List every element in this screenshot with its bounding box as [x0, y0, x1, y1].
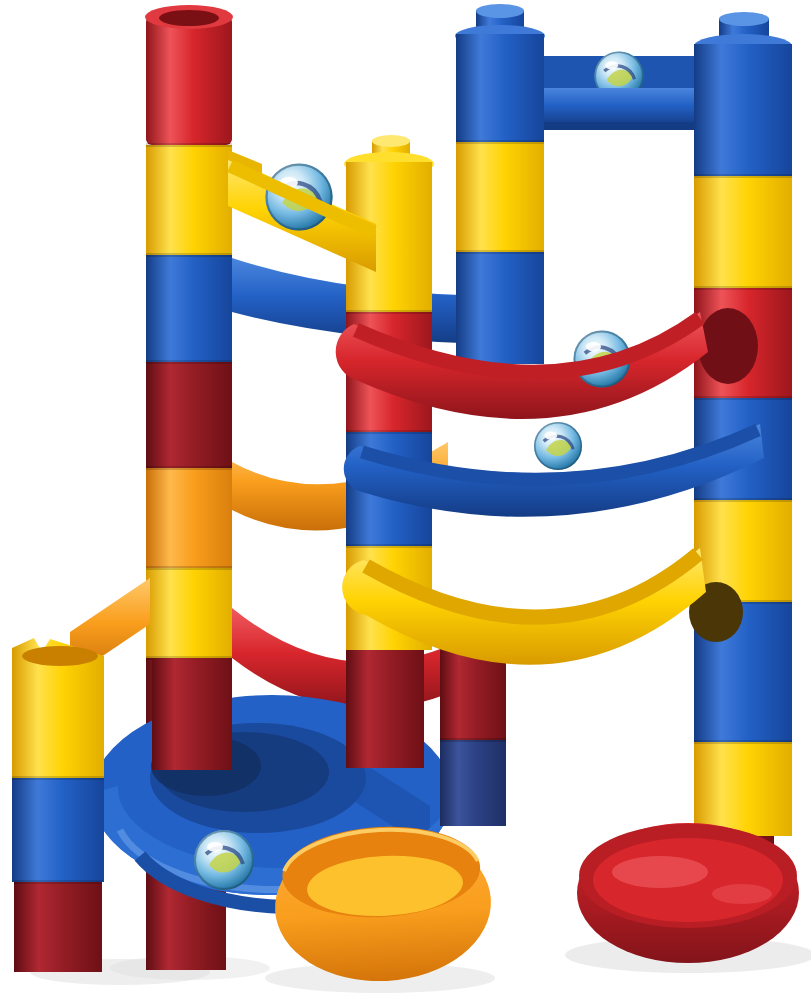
tower-segment-yellow [694, 742, 792, 836]
marble-run-scene [0, 0, 811, 1000]
tower-segment-orange [146, 468, 232, 568]
front-left-column [12, 638, 104, 972]
leg-segment-blue [456, 252, 544, 364]
tower-segment-yellow [694, 176, 792, 288]
leg-segment-yellow [456, 142, 544, 252]
tower-segment-blue [146, 255, 232, 362]
tower-segment-yellow [146, 145, 232, 255]
red-base-dish [577, 823, 799, 963]
tower-segment-red [146, 16, 232, 145]
leg-stud-top [719, 12, 769, 26]
tower-top-opening [159, 10, 219, 26]
marble-run-photo [0, 0, 811, 1000]
column-segment-blue [12, 778, 104, 882]
marble-5 [194, 830, 254, 890]
tower-segment-blue [694, 44, 792, 176]
cup-opening [22, 646, 98, 666]
tower-in-spiral [152, 658, 232, 770]
column-segment-maroon [14, 882, 102, 972]
marble-4 [534, 422, 582, 470]
dish-highlight [612, 856, 708, 888]
leg-stud-top [476, 4, 524, 18]
tower-stud-top [372, 135, 410, 147]
gate-left-leg [455, 4, 545, 364]
tower-segment-maroon [146, 362, 232, 468]
front-centre-column [440, 648, 506, 826]
centre-tower-base [346, 650, 424, 768]
leg-segment-blue [456, 34, 544, 142]
tower-segment-yellow-ramp [146, 568, 232, 658]
red-catcher-mouth [698, 308, 758, 384]
column-segment-navy [440, 740, 506, 826]
